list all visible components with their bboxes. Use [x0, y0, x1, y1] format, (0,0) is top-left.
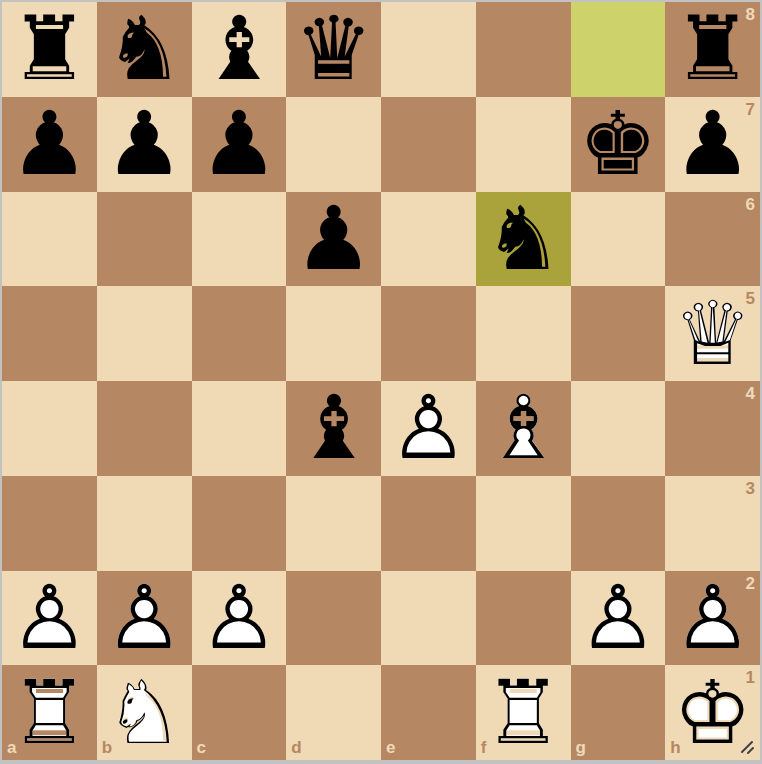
square-b1[interactable]: ♞♘b — [97, 665, 192, 760]
piece-glyph: ♟ — [294, 195, 373, 283]
piece-glyph: ♝ — [199, 5, 278, 93]
square-a1[interactable]: ♜♖a — [2, 665, 97, 760]
square-b3[interactable] — [97, 476, 192, 571]
white-pawn[interactable]: ♟♙ — [97, 571, 192, 666]
coord-file-c: c — [197, 738, 206, 758]
square-f7[interactable] — [476, 97, 571, 192]
piece-glyph-outline: ♖ — [484, 669, 563, 757]
square-f5[interactable] — [476, 286, 571, 381]
square-e6[interactable] — [381, 192, 476, 287]
square-h7[interactable]: ♟7 — [665, 97, 760, 192]
square-g2[interactable]: ♟♙ — [571, 571, 666, 666]
square-c7[interactable]: ♟ — [192, 97, 287, 192]
black-rook[interactable]: ♜ — [665, 2, 760, 97]
square-d4[interactable]: ♝ — [286, 381, 381, 476]
black-knight[interactable]: ♞ — [97, 2, 192, 97]
piece-glyph: ♜ — [10, 5, 89, 93]
square-c3[interactable] — [192, 476, 287, 571]
white-rook[interactable]: ♜♖ — [476, 665, 571, 760]
piece-glyph-outline: ♙ — [389, 384, 468, 472]
square-c6[interactable] — [192, 192, 287, 287]
piece-glyph: ♜ — [673, 5, 752, 93]
piece-glyph: ♟ — [105, 100, 184, 188]
square-e8[interactable] — [381, 2, 476, 97]
square-g8[interactable] — [571, 2, 666, 97]
black-bishop[interactable]: ♝ — [286, 381, 381, 476]
square-b8[interactable]: ♞ — [97, 2, 192, 97]
square-a4[interactable] — [2, 381, 97, 476]
square-d1[interactable]: d — [286, 665, 381, 760]
square-e7[interactable] — [381, 97, 476, 192]
square-e3[interactable] — [381, 476, 476, 571]
board-frame: ♜♞♝♛♜8♟♟♟♚♟7♟♞6♛♕5♝♟♙♝♗43♟♙♟♙♟♙♟♙♟♙2♜♖a♞… — [0, 0, 762, 764]
square-c5[interactable] — [192, 286, 287, 381]
square-f8[interactable] — [476, 2, 571, 97]
piece-glyph-outline: ♘ — [105, 669, 184, 757]
black-rook[interactable]: ♜ — [2, 2, 97, 97]
square-e5[interactable] — [381, 286, 476, 381]
square-g4[interactable] — [571, 381, 666, 476]
square-c8[interactable]: ♝ — [192, 2, 287, 97]
square-a3[interactable] — [2, 476, 97, 571]
square-a6[interactable] — [2, 192, 97, 287]
square-f1[interactable]: ♜♖f — [476, 665, 571, 760]
black-king[interactable]: ♚ — [571, 97, 666, 192]
square-g6[interactable] — [571, 192, 666, 287]
square-b4[interactable] — [97, 381, 192, 476]
square-d6[interactable]: ♟ — [286, 192, 381, 287]
black-queen[interactable]: ♛ — [286, 2, 381, 97]
square-d3[interactable] — [286, 476, 381, 571]
piece-glyph-outline: ♙ — [673, 574, 752, 662]
square-e1[interactable]: e — [381, 665, 476, 760]
white-rook[interactable]: ♜♖ — [2, 665, 97, 760]
coord-rank-4: 4 — [746, 384, 755, 404]
square-d7[interactable] — [286, 97, 381, 192]
white-pawn[interactable]: ♟♙ — [192, 571, 287, 666]
square-f3[interactable] — [476, 476, 571, 571]
square-f4[interactable]: ♝♗ — [476, 381, 571, 476]
white-pawn[interactable]: ♟♙ — [665, 571, 760, 666]
square-h5[interactable]: ♛♕5 — [665, 286, 760, 381]
piece-glyph: ♝ — [294, 384, 373, 472]
piece-glyph-outline: ♕ — [673, 290, 752, 378]
square-c2[interactable]: ♟♙ — [192, 571, 287, 666]
coord-rank-3: 3 — [746, 479, 755, 499]
square-b6[interactable] — [97, 192, 192, 287]
square-d5[interactable] — [286, 286, 381, 381]
black-knight[interactable]: ♞ — [476, 192, 571, 287]
square-h8[interactable]: ♜8 — [665, 2, 760, 97]
square-b2[interactable]: ♟♙ — [97, 571, 192, 666]
white-pawn[interactable]: ♟♙ — [571, 571, 666, 666]
piece-glyph-outline: ♗ — [484, 384, 563, 472]
square-a2[interactable]: ♟♙ — [2, 571, 97, 666]
white-pawn[interactable]: ♟♙ — [2, 571, 97, 666]
square-g3[interactable] — [571, 476, 666, 571]
black-pawn[interactable]: ♟ — [2, 97, 97, 192]
square-c1[interactable]: c — [192, 665, 287, 760]
coord-file-e: e — [386, 738, 395, 758]
piece-glyph-outline: ♖ — [10, 669, 89, 757]
piece-glyph: ♛ — [294, 5, 373, 93]
black-pawn[interactable]: ♟ — [665, 97, 760, 192]
square-h2[interactable]: ♟♙2 — [665, 571, 760, 666]
piece-glyph-outline: ♙ — [199, 574, 278, 662]
black-bishop[interactable]: ♝ — [192, 2, 287, 97]
black-pawn[interactable]: ♟ — [97, 97, 192, 192]
square-h6[interactable]: 6 — [665, 192, 760, 287]
piece-glyph: ♞ — [105, 5, 184, 93]
white-bishop[interactable]: ♝♗ — [476, 381, 571, 476]
black-pawn[interactable]: ♟ — [192, 97, 287, 192]
square-a5[interactable] — [2, 286, 97, 381]
coord-file-d: d — [291, 738, 301, 758]
white-queen[interactable]: ♛♕ — [665, 286, 760, 381]
square-f2[interactable] — [476, 571, 571, 666]
piece-glyph: ♟ — [199, 100, 278, 188]
square-a7[interactable]: ♟ — [2, 97, 97, 192]
square-d2[interactable] — [286, 571, 381, 666]
piece-glyph-outline: ♙ — [105, 574, 184, 662]
square-g1[interactable]: g — [571, 665, 666, 760]
piece-glyph: ♞ — [484, 195, 563, 283]
chess-board[interactable]: ♜♞♝♛♜8♟♟♟♚♟7♟♞6♛♕5♝♟♙♝♗43♟♙♟♙♟♙♟♙♟♙2♜♖a♞… — [2, 2, 760, 760]
piece-glyph: ♟ — [673, 100, 752, 188]
piece-glyph-outline: ♙ — [10, 574, 89, 662]
white-knight[interactable]: ♞♘ — [97, 665, 192, 760]
black-pawn[interactable]: ♟ — [286, 192, 381, 287]
resize-handle-icon[interactable] — [739, 739, 755, 755]
coord-rank-6: 6 — [746, 195, 755, 215]
piece-glyph: ♚ — [578, 100, 657, 188]
piece-glyph: ♟ — [10, 100, 89, 188]
square-a8[interactable]: ♜ — [2, 2, 97, 97]
square-h3[interactable]: 3 — [665, 476, 760, 571]
piece-glyph-outline: ♙ — [578, 574, 657, 662]
square-g5[interactable] — [571, 286, 666, 381]
square-d8[interactable]: ♛ — [286, 2, 381, 97]
square-g7[interactable]: ♚ — [571, 97, 666, 192]
square-e4[interactable]: ♟♙ — [381, 381, 476, 476]
square-b5[interactable] — [97, 286, 192, 381]
square-c4[interactable] — [192, 381, 287, 476]
coord-file-g: g — [576, 738, 586, 758]
square-f6[interactable]: ♞ — [476, 192, 571, 287]
square-b7[interactable]: ♟ — [97, 97, 192, 192]
square-h4[interactable]: 4 — [665, 381, 760, 476]
white-pawn[interactable]: ♟♙ — [381, 381, 476, 476]
square-e2[interactable] — [381, 571, 476, 666]
